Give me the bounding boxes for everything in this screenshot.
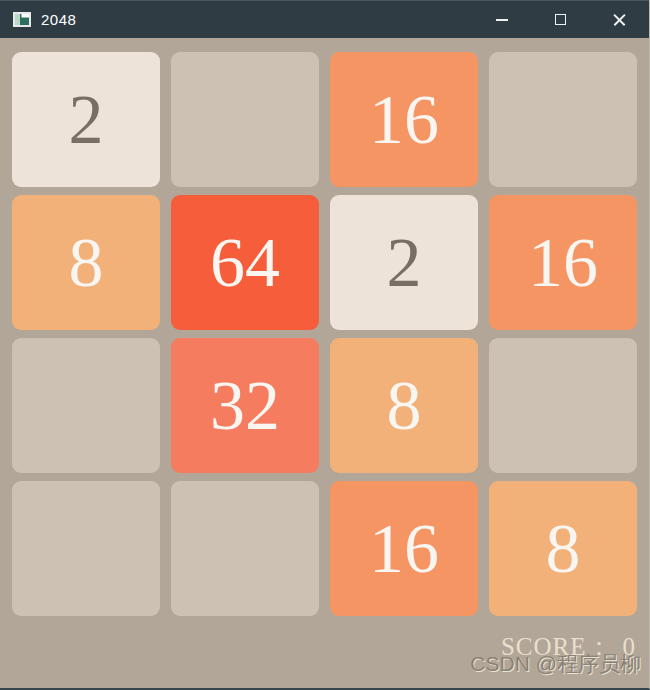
- tile-r2c2: 64: [171, 195, 319, 330]
- close-button[interactable]: [590, 1, 649, 38]
- tile-r1c4: [489, 52, 637, 187]
- tile-r4c3: 16: [330, 481, 478, 616]
- game-window: 2048 2 16 8 64 2 16 32 8 16 8 SCORE：0: [0, 0, 650, 690]
- tile-grid: 2 16 8 64 2 16 32 8 16 8: [12, 52, 637, 616]
- minimize-icon: [496, 19, 508, 21]
- tile-r2c1: 8: [12, 195, 160, 330]
- tile-r1c2: [171, 52, 319, 187]
- maximize-icon: [555, 14, 566, 25]
- minimize-button[interactable]: [472, 1, 531, 38]
- window-title: 2048: [41, 11, 76, 28]
- maximize-button[interactable]: [531, 1, 590, 38]
- game-board: 2 16 8 64 2 16 32 8 16 8 SCORE：0 CSDN @程…: [0, 38, 649, 688]
- tile-r1c3: 16: [330, 52, 478, 187]
- tile-r4c2: [171, 481, 319, 616]
- window-titlebar: 2048: [0, 0, 649, 38]
- app-window-icon: [13, 12, 31, 27]
- tile-r2c3: 2: [330, 195, 478, 330]
- tile-r3c3: 8: [330, 338, 478, 473]
- close-icon: [612, 12, 627, 27]
- tile-r3c4: [489, 338, 637, 473]
- tile-r1c1: 2: [12, 52, 160, 187]
- tile-r4c4: 8: [489, 481, 637, 616]
- watermark: CSDN @程序员柳: [470, 650, 641, 678]
- tile-r4c1: [12, 481, 160, 616]
- tile-r2c4: 16: [489, 195, 637, 330]
- tile-r3c2: 32: [171, 338, 319, 473]
- window-controls: [472, 1, 649, 38]
- tile-r3c1: [12, 338, 160, 473]
